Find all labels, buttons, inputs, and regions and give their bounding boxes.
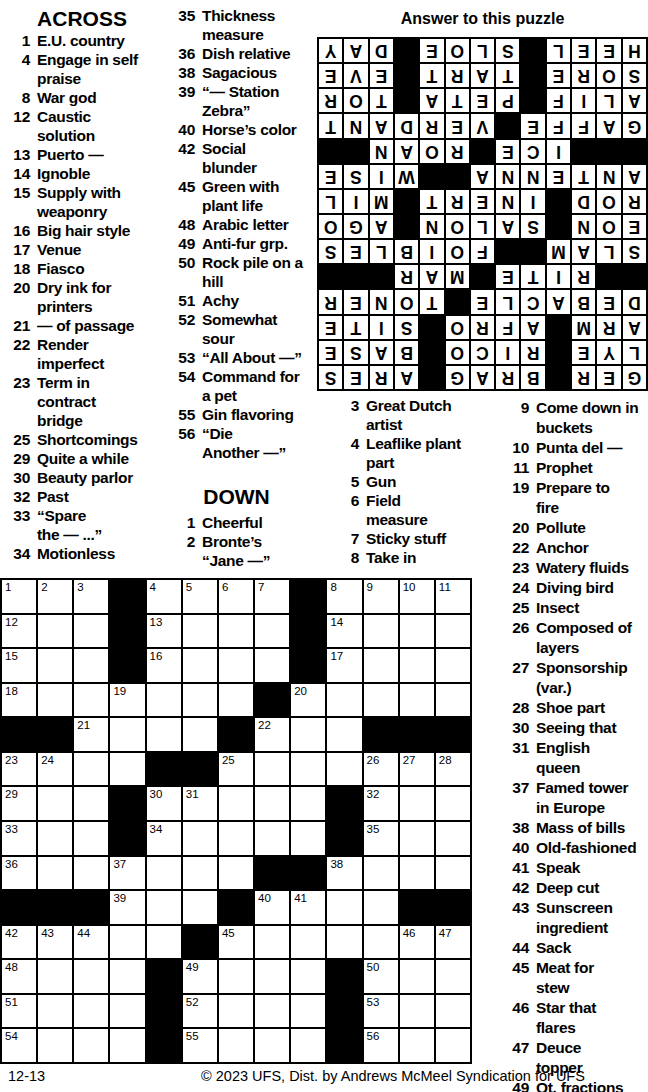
grid-cell[interactable]: 40 [254,890,290,925]
clue: 16Big hair style [0,221,164,240]
clue: 42Deep cut [494,878,648,898]
grid-cell[interactable]: 26 [363,752,399,787]
clue: 48Arabic letter [168,215,331,234]
grid-cell[interactable] [73,614,109,649]
cell-number: 17 [330,650,343,662]
grid-cell[interactable]: 1 [1,579,37,614]
answer-letter-cell: R [419,113,444,138]
grid-cell[interactable] [146,856,182,891]
black-cell [109,786,145,821]
clue-text: Horse’s color [202,120,331,139]
clue-text: Ignoble [37,164,164,183]
grid-cell[interactable] [73,1028,109,1063]
clue: 54Command for a pet [168,367,331,405]
black-cell [109,821,145,856]
clue-number: 4 [337,434,359,472]
answer-letter-cell: L [596,239,621,264]
grid-cell[interactable]: 34 [146,821,182,856]
grid-cell[interactable] [326,717,362,752]
grid-cell[interactable]: 21 [73,717,109,752]
grid-cell[interactable]: 43 [37,925,73,960]
grid-cell[interactable] [326,890,362,925]
answer-letter-cell: O [394,289,419,314]
grid-cell[interactable] [399,994,435,1029]
grid-cell[interactable]: 41 [290,890,326,925]
answer-letter-cell: N [369,139,394,164]
grid-cell[interactable] [399,648,435,683]
clue-number: 18 [0,259,30,278]
grid-cell[interactable]: 5 [182,579,218,614]
answer-letter-cell: A [495,214,520,239]
grid-cell[interactable]: 53 [363,994,399,1029]
grid-cell[interactable] [254,648,290,683]
grid-cell[interactable] [37,821,73,856]
clue-text: Prophet [536,458,648,478]
grid-cell[interactable] [37,994,73,1029]
grid-cell[interactable]: 18 [1,683,37,718]
answer-black-cell [596,139,621,164]
clue: 7Sticky stuff [337,529,490,548]
clue-number: 44 [494,938,529,958]
clue: 21— of passage [0,316,164,335]
grid-cell[interactable]: 22 [254,717,290,752]
clue-number: 42 [168,139,195,177]
grid-cell[interactable] [399,786,435,821]
grid-cell[interactable] [254,1028,290,1063]
grid-cell[interactable] [326,683,362,718]
clue-number: 54 [168,367,195,405]
answer-letter-cell: S [520,214,545,239]
answer-black-cell [343,264,368,289]
grid-cell[interactable]: 52 [182,994,218,1029]
clue: 30Beauty parlor [0,468,164,487]
answer-letter-cell: E [318,315,343,340]
answer-black-cell [419,164,444,189]
answer-letter-cell: I [546,139,571,164]
clue-text: Prepare to fire [536,478,648,518]
clue: 13Puerto — [0,145,164,164]
grid-cell[interactable] [254,614,290,649]
grid-cell[interactable]: 39 [109,890,145,925]
clue-number: 46 [494,998,529,1038]
cell-number: 25 [222,754,235,766]
grid-cell[interactable] [182,717,218,752]
grid-cell[interactable] [290,1028,326,1063]
grid-cell[interactable]: 51 [1,994,37,1029]
grid-cell[interactable]: 28 [435,752,471,787]
answer-letter-cell: S [343,164,368,189]
grid-cell[interactable] [290,925,326,960]
answer-letter-cell: S [622,239,647,264]
black-cell [290,648,326,683]
across-header: ACROSS [0,6,164,31]
grid-cell[interactable] [363,890,399,925]
grid-cell[interactable]: 24 [37,752,73,787]
answer-letter-cell: O [596,63,621,88]
grid-cell[interactable] [254,994,290,1029]
answer-letter-cell: E [546,63,571,88]
grid-cell[interactable] [73,821,109,856]
answer-letter-cell: D [394,113,419,138]
grid-cell[interactable] [73,856,109,891]
answer-letter-cell: A [470,164,495,189]
answer-letter-cell: C [520,289,545,314]
answer-black-cell [520,239,545,264]
answer-letter-cell: E [596,38,621,63]
cell-number: 7 [258,581,264,593]
grid-cell[interactable] [73,683,109,718]
answer-letter-cell: M [445,264,470,289]
answer-letter-cell: E [596,289,621,314]
answer-grid-upside-down: GERBRAGARESLYERICOBASEARMAFROSITEDEBACLE… [317,37,648,391]
grid-cell[interactable] [254,752,290,787]
cell-number: 28 [439,754,452,766]
grid-cell[interactable]: 42 [1,925,37,960]
grid-cell[interactable]: 44 [73,925,109,960]
grid-cell[interactable] [218,648,254,683]
clue-text: Composed of layers [536,618,648,658]
grid-cell[interactable] [254,786,290,821]
answer-letter-cell: N [419,214,444,239]
grid-cell[interactable]: 38 [326,856,362,891]
grid-cell[interactable]: 30 [146,786,182,821]
clue: 22Anchor [494,538,648,558]
grid-cell[interactable] [435,959,471,994]
grid-cell[interactable] [326,925,362,960]
grid-cell[interactable]: 13 [146,614,182,649]
grid-cell[interactable]: 23 [1,752,37,787]
clue-number: 15 [0,183,30,221]
answer-letter-cell: L [318,189,343,214]
clue-text: Beauty parlor [37,468,164,487]
black-cell [1,717,37,752]
grid-cell[interactable] [399,856,435,891]
black-cell [363,717,399,752]
grid-cell[interactable] [73,752,109,787]
grid-cell[interactable]: 45 [218,925,254,960]
answer-letter-cell: E [318,340,343,365]
grid-cell[interactable] [218,683,254,718]
grid-cell[interactable]: 9 [363,579,399,614]
grid-cell[interactable] [363,856,399,891]
grid-cell[interactable] [435,648,471,683]
cell-number: 35 [367,823,380,835]
answer-letter-cell: S [318,239,343,264]
grid-cell[interactable] [182,821,218,856]
grid-cell[interactable]: 33 [1,821,37,856]
clue-text: Shortcomings [37,430,164,449]
answer-black-cell [419,365,444,390]
black-cell [435,890,471,925]
grid-cell[interactable]: 15 [1,648,37,683]
black-cell [146,752,182,787]
grid-cell[interactable]: 12 [1,614,37,649]
answer-letter-cell: A [470,365,495,390]
grid-cell[interactable] [218,786,254,821]
clue-number: 30 [494,718,529,738]
clue-text: “All About —” [202,348,331,367]
clue: 2Bronte’s “Jane —” [168,532,331,570]
grid-cell[interactable] [182,648,218,683]
grid-cell[interactable] [290,752,326,787]
clue-text: English queen [536,738,648,778]
grid-cell[interactable]: 3 [73,579,109,614]
grid-cell[interactable] [435,1028,471,1063]
answer-letter-cell: A [394,365,419,390]
grid-cell[interactable] [109,1028,145,1063]
grid-cell[interactable]: 14 [326,614,362,649]
clue-text: Famed tower in Europe [536,778,648,818]
grid-cell[interactable]: 31 [182,786,218,821]
clue-number: 20 [494,518,529,538]
answer-letter-cell: A [622,315,647,340]
clue: 12Caustic solution [0,107,164,145]
answer-letter-cell: E [520,113,545,138]
answer-letter-cell: Y [318,38,343,63]
grid-cell[interactable]: 47 [435,925,471,960]
clue-number: 9 [494,398,529,438]
grid-cell[interactable]: 2 [37,579,73,614]
grid-cell[interactable] [435,614,471,649]
grid-cell[interactable] [109,925,145,960]
clue: 27Sponsorship (var.) [494,658,648,698]
grid-cell[interactable] [182,614,218,649]
grid-cell[interactable]: 46 [399,925,435,960]
answer-black-cell [318,264,343,289]
clue: 8Take in [337,548,490,567]
clue-number: 23 [494,558,529,578]
grid-cell[interactable] [146,717,182,752]
cell-number: 29 [5,788,18,800]
grid-cell[interactable] [290,959,326,994]
answer-letter-cell: O [596,214,621,239]
clue: 35Thickness measure [168,6,331,44]
grid-cell[interactable] [290,786,326,821]
grid-cell[interactable] [73,994,109,1029]
cell-number: 56 [367,1030,380,1042]
grid-cell[interactable] [435,683,471,718]
grid-cell[interactable] [363,925,399,960]
grid-cell[interactable] [146,890,182,925]
answer-letter-cell: T [495,63,520,88]
clue-number: 8 [0,88,30,107]
grid-cell[interactable]: 16 [146,648,182,683]
clue-text: Sack [536,938,648,958]
answer-letter-cell: A [546,289,571,314]
grid-cell[interactable]: 19 [109,683,145,718]
grid-cell[interactable] [37,614,73,649]
grid-cell[interactable] [435,994,471,1029]
grid-cell[interactable]: 27 [399,752,435,787]
grid-cell[interactable] [399,683,435,718]
answer-black-cell [546,365,571,390]
cell-number: 43 [41,927,54,939]
grid-cell[interactable]: 32 [363,786,399,821]
grid-cell[interactable] [435,856,471,891]
grid-cell[interactable]: 17 [326,648,362,683]
grid-cell[interactable] [73,786,109,821]
grid-cell[interactable]: 25 [218,752,254,787]
grid-cell[interactable] [109,717,145,752]
black-cell [37,717,73,752]
grid-cell[interactable] [399,959,435,994]
grid-cell[interactable]: 36 [1,856,37,891]
clue-number: 31 [494,738,529,778]
cell-number: 5 [186,581,192,593]
grid-cell[interactable] [218,1028,254,1063]
clue: 17Venue [0,240,164,259]
grid-cell[interactable] [37,856,73,891]
grid-cell[interactable] [399,1028,435,1063]
grid-cell[interactable] [37,648,73,683]
grid-cell[interactable] [37,786,73,821]
clue-text: Big hair style [37,221,164,240]
clue: 51Achy [168,291,331,310]
clue: 23Watery fluids [494,558,648,578]
cell-number: 3 [77,581,83,593]
clue-text: E.U. country [37,31,164,50]
cell-number: 39 [113,892,126,904]
grid-cell[interactable] [73,648,109,683]
clue-text: Fiasco [37,259,164,278]
middle-clues-column: 35Thickness measure36Dish relative38Saga… [168,6,331,570]
grid-cell[interactable] [218,994,254,1029]
grid-cell[interactable]: 6 [218,579,254,614]
answer-letter-cell: A [470,63,495,88]
answer-black-cell [419,340,444,365]
answer-letter-cell: B [394,239,419,264]
grid-cell[interactable] [363,683,399,718]
cell-number: 20 [294,685,307,697]
clue-number: 17 [0,240,30,259]
clue-number: 22 [0,335,30,373]
grid-cell[interactable]: 11 [435,579,471,614]
answer-letter-cell: A [369,113,394,138]
grid-cell[interactable] [218,614,254,649]
grid-cell[interactable] [399,614,435,649]
clue-number: 6 [337,491,359,529]
clue-number: 25 [494,598,529,618]
grid-cell[interactable] [182,890,218,925]
clue-text: Term in contract bridge [37,373,164,430]
cell-number: 37 [113,858,126,870]
grid-cell[interactable]: 50 [363,959,399,994]
answer-letter-cell: A [571,239,596,264]
black-cell [290,614,326,649]
grid-cell[interactable]: 54 [1,1028,37,1063]
grid-cell[interactable]: 56 [363,1028,399,1063]
answer-letter-cell: S [394,315,419,340]
cell-number: 15 [5,650,18,662]
answer-letter-cell: N [495,164,520,189]
clue-text: Pollute [536,518,648,538]
cell-number: 10 [403,581,416,593]
answer-letter-cell: T [520,264,545,289]
answer-letter-cell: F [470,239,495,264]
grid-cell[interactable] [109,752,145,787]
clue-text: Gin flavoring [202,405,331,424]
grid-cell[interactable] [326,752,362,787]
grid-cell[interactable] [290,717,326,752]
grid-cell[interactable] [399,821,435,856]
clue-text: Thickness measure [202,6,331,44]
grid-cell[interactable] [182,856,218,891]
grid-cell[interactable] [37,683,73,718]
grid-cell[interactable] [109,994,145,1029]
grid-cell[interactable] [218,821,254,856]
grid-cell[interactable] [146,925,182,960]
clue-text: Somewhat sour [202,310,331,348]
clue-text: Cheerful [202,513,331,532]
grid-cell[interactable] [218,959,254,994]
answer-letter-cell: E [546,164,571,189]
grid-cell[interactable]: 29 [1,786,37,821]
clue-number: 30 [0,468,30,487]
grid-cell[interactable]: 35 [363,821,399,856]
grid-cell[interactable]: 8 [326,579,362,614]
answer-letter-cell: A [520,315,545,340]
grid-cell[interactable]: 55 [182,1028,218,1063]
down-clues-column-b: 9Come down in buckets10Punta del —11Prop… [494,398,648,1092]
clue-text: Caustic solution [37,107,164,145]
grid-cell[interactable] [290,994,326,1029]
grid-cell[interactable]: 4 [146,579,182,614]
grid-cell[interactable] [290,821,326,856]
answer-letter-cell: D [571,189,596,214]
answer-letter-cell: S [318,365,343,390]
grid-cell[interactable]: 48 [1,959,37,994]
grid-cell[interactable] [363,614,399,649]
black-cell [218,717,254,752]
grid-cell[interactable] [254,959,290,994]
black-cell [218,890,254,925]
grid-cell[interactable]: 49 [182,959,218,994]
answer-letter-cell: O [445,38,470,63]
answer-letter-cell: E [495,264,520,289]
clue-text: Watery fluids [536,558,648,578]
clue-number: 32 [0,487,30,506]
grid-cell[interactable] [435,821,471,856]
grid-cell[interactable] [218,856,254,891]
answer-letter-cell: B [394,340,419,365]
clue-number: 29 [0,449,30,468]
clue: 25Insect [494,598,648,618]
black-cell [73,890,109,925]
answer-letter-cell: I [369,164,394,189]
clue-number: 33 [0,506,30,544]
grid-cell[interactable] [73,959,109,994]
grid-cell[interactable]: 10 [399,579,435,614]
answer-letter-cell: A [596,113,621,138]
grid-cell[interactable] [37,959,73,994]
grid-cell[interactable] [146,683,182,718]
grid-cell[interactable] [254,925,290,960]
down-clue-list-continued: 3Great Dutch artist4Leaflike plant part5… [337,396,490,567]
grid-cell[interactable]: 7 [254,579,290,614]
grid-cell[interactable] [435,786,471,821]
grid-cell[interactable]: 37 [109,856,145,891]
grid-cell[interactable]: 20 [290,683,326,718]
clue-text: Meat for stew [536,958,648,998]
answer-letter-cell: O [419,139,444,164]
grid-cell[interactable] [182,683,218,718]
grid-cell[interactable] [37,1028,73,1063]
grid-cell[interactable] [363,648,399,683]
grid-cell[interactable] [254,821,290,856]
clue: 4Leaflike plant part [337,434,490,472]
grid-cell[interactable] [109,959,145,994]
black-cell [435,717,471,752]
